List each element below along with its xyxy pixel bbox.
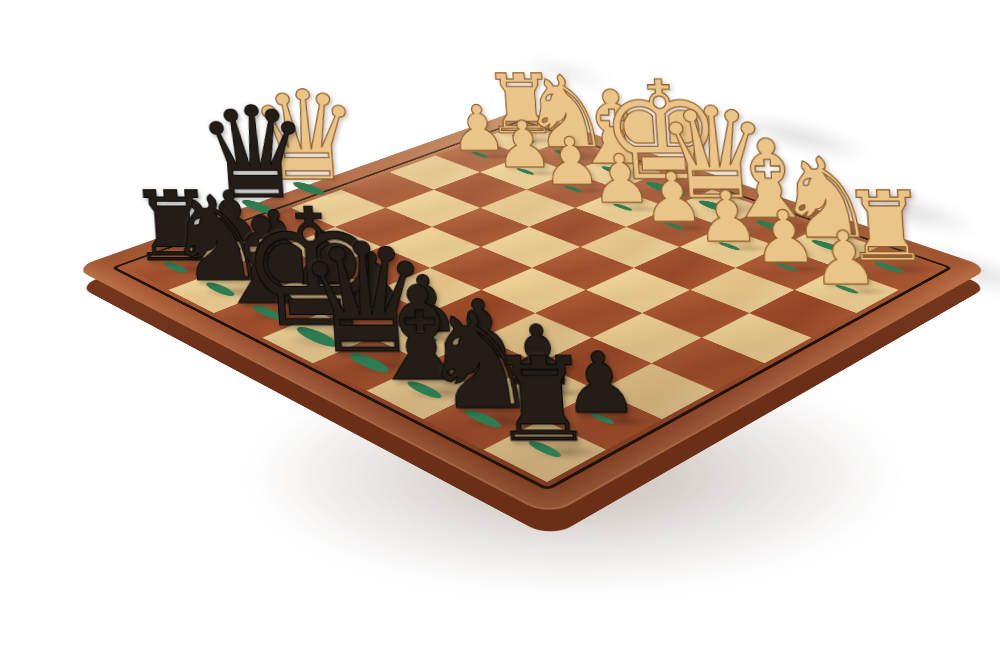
chess-board: ♜♟♞♟♝♛♟♚♛♟♛♟♝♟♟♞♜♟♟♜♞♟♟♝♟♚♟♛♟♝♟♞♟♜	[74, 109, 990, 516]
pawn-icon: ♟	[750, 201, 820, 273]
page-background: ♜♟♞♟♝♛♟♚♛♟♛♟♝♟♟♞♜♟♟♜♞♟♟♝♟♚♟♛♟♝♟♞♟♜	[0, 0, 1000, 656]
pawn-icon: ♟	[809, 221, 880, 295]
rook-icon: ♜	[485, 342, 597, 458]
camera-shear: ♜♟♞♟♝♛♟♚♛♟♛♟♝♟♟♞♜♟♟♜♞♟♟♝♟♚♟♛♟♝♟♞♟♜	[0, 0, 1000, 656]
scene: ♜♟♞♟♝♛♟♚♛♟♛♟♝♟♟♞♜♟♟♜♞♟♟♝♟♚♟♛♟♝♟♞♟♜	[0, 0, 1000, 656]
